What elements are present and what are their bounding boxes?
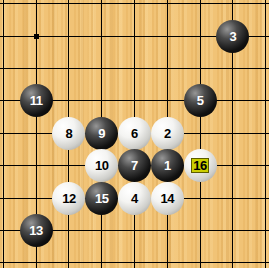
intersection-c0-r4[interactable] (0, 117, 20, 149)
intersection-c8-r2[interactable] (249, 52, 269, 84)
intersection-c5-r3[interactable] (151, 85, 184, 117)
intersection-c8-r5[interactable] (249, 150, 269, 182)
star-point (34, 34, 39, 39)
intersection-c1-r4[interactable] (20, 117, 53, 149)
stone-black-9: 9 (85, 117, 118, 150)
stone-white-14: 14 (151, 182, 184, 215)
intersection-c0-r7[interactable] (0, 214, 20, 246)
intersection-c0-r0[interactable] (0, 0, 20, 20)
intersection-c4-r2[interactable] (118, 52, 151, 84)
intersection-c1-r1[interactable] (20, 20, 53, 52)
intersection-c7-r8[interactable] (216, 247, 249, 268)
intersection-c4-r1[interactable] (118, 20, 151, 52)
intersection-c5-r4[interactable]: 2 (151, 117, 184, 149)
intersection-c0-r3[interactable] (0, 85, 20, 117)
intersection-c6-r3[interactable]: 5 (184, 85, 217, 117)
stone-number: 3 (230, 30, 237, 43)
intersection-c8-r8[interactable] (249, 247, 269, 268)
intersection-c6-r5[interactable]: 16 (184, 150, 217, 182)
intersection-c6-r7[interactable] (184, 214, 217, 246)
last-move-label: 16 (191, 158, 208, 173)
intersection-c1-r3[interactable]: 11 (20, 85, 53, 117)
intersection-c7-r4[interactable] (216, 117, 249, 149)
intersection-c2-r2[interactable] (53, 52, 86, 84)
intersection-c6-r6[interactable] (184, 182, 217, 214)
intersection-c6-r8[interactable] (184, 247, 217, 268)
intersection-c3-r1[interactable] (85, 20, 118, 52)
intersection-c3-r5[interactable]: 10 (85, 150, 118, 182)
intersection-c7-r3[interactable] (216, 85, 249, 117)
intersection-c8-r3[interactable] (249, 85, 269, 117)
intersection-c0-r6[interactable] (0, 182, 20, 214)
intersection-c7-r5[interactable] (216, 150, 249, 182)
intersection-c4-r8[interactable] (118, 247, 151, 268)
stone-black-13: 13 (20, 214, 53, 247)
stone-white-4: 4 (118, 182, 151, 215)
stone-white-6: 6 (118, 117, 151, 150)
stone-number: 10 (95, 159, 108, 172)
intersection-c4-r4[interactable]: 6 (118, 117, 151, 149)
stone-number: 12 (62, 192, 75, 205)
intersection-c5-r2[interactable] (151, 52, 184, 84)
stone-number: 4 (131, 192, 138, 205)
intersection-c3-r4[interactable]: 9 (85, 117, 118, 149)
stone-white-8: 8 (52, 117, 85, 150)
intersection-c5-r5[interactable]: 1 (151, 150, 184, 182)
stone-number: 11 (30, 94, 43, 107)
stone-number: 2 (164, 127, 171, 140)
stone-black-3: 3 (216, 20, 249, 53)
intersection-c6-r2[interactable] (184, 52, 217, 84)
intersection-c5-r1[interactable] (151, 20, 184, 52)
stone-white-2: 2 (151, 117, 184, 150)
intersection-c2-r4[interactable]: 8 (53, 117, 86, 149)
intersection-c5-r7[interactable] (151, 214, 184, 246)
intersection-c2-r0[interactable] (53, 0, 86, 20)
stone-number: 7 (131, 159, 138, 172)
intersection-c7-r6[interactable] (216, 182, 249, 214)
intersection-c1-r2[interactable] (20, 52, 53, 84)
stone-black-11: 11 (20, 84, 53, 117)
board-grid: 31158962107116121541413 (0, 0, 269, 268)
stone-number: 14 (161, 192, 174, 205)
stone-black-7: 7 (118, 149, 151, 182)
stone-number: 9 (98, 127, 105, 140)
stone-number: 8 (66, 127, 73, 140)
intersection-c8-r4[interactable] (249, 117, 269, 149)
intersection-c0-r2[interactable] (0, 52, 20, 84)
intersection-c8-r0[interactable] (249, 0, 269, 20)
intersection-c3-r3[interactable] (85, 85, 118, 117)
intersection-c0-r8[interactable] (0, 247, 20, 268)
intersection-c7-r7[interactable] (216, 214, 249, 246)
stone-number: 5 (197, 94, 204, 107)
intersection-c5-r0[interactable] (151, 0, 184, 20)
stone-white-12: 12 (52, 182, 85, 215)
intersection-c2-r5[interactable] (53, 150, 86, 182)
stone-number: 6 (131, 127, 138, 140)
intersection-c3-r2[interactable] (85, 52, 118, 84)
stone-number: 15 (95, 192, 108, 205)
stone-number: 1 (164, 159, 171, 172)
intersection-c2-r1[interactable] (53, 20, 86, 52)
intersection-c8-r6[interactable] (249, 182, 269, 214)
intersection-c6-r1[interactable] (184, 20, 217, 52)
intersection-c0-r1[interactable] (0, 20, 20, 52)
intersection-c5-r6[interactable]: 14 (151, 182, 184, 214)
stone-black-15: 15 (85, 182, 118, 215)
intersection-c4-r6[interactable]: 4 (118, 182, 151, 214)
intersection-c2-r8[interactable] (53, 247, 86, 268)
intersection-c3-r0[interactable] (85, 0, 118, 20)
intersection-c8-r7[interactable] (249, 214, 269, 246)
stone-black-5: 5 (184, 84, 217, 117)
intersection-c6-r4[interactable] (184, 117, 217, 149)
intersection-c7-r2[interactable] (216, 52, 249, 84)
intersection-c1-r0[interactable] (20, 0, 53, 20)
stone-black-1: 1 (151, 149, 184, 182)
intersection-c1-r6[interactable] (20, 182, 53, 214)
go-board: 31158962107116121541413 (0, 0, 269, 268)
intersection-c4-r5[interactable]: 7 (118, 150, 151, 182)
intersection-c3-r7[interactable] (85, 214, 118, 246)
intersection-c2-r7[interactable] (53, 214, 86, 246)
intersection-c1-r8[interactable] (20, 247, 53, 268)
stone-number: 13 (29, 224, 42, 237)
intersection-c3-r8[interactable] (85, 247, 118, 268)
intersection-c4-r3[interactable] (118, 85, 151, 117)
intersection-c6-r0[interactable] (184, 0, 217, 20)
intersection-c4-r7[interactable] (118, 214, 151, 246)
stone-white-16: 16 (184, 149, 217, 182)
intersection-c7-r1[interactable]: 3 (216, 20, 249, 52)
intersection-c5-r8[interactable] (151, 247, 184, 268)
intersection-c2-r3[interactable] (53, 85, 86, 117)
intersection-c2-r6[interactable]: 12 (53, 182, 86, 214)
intersection-c4-r0[interactable] (118, 0, 151, 20)
intersection-c0-r5[interactable] (0, 150, 20, 182)
intersection-c7-r0[interactable] (216, 0, 249, 20)
intersection-c1-r7[interactable]: 13 (20, 214, 53, 246)
intersection-c3-r6[interactable]: 15 (85, 182, 118, 214)
intersection-c8-r1[interactable] (249, 20, 269, 52)
intersection-c1-r5[interactable] (20, 150, 53, 182)
stone-white-10: 10 (85, 149, 118, 182)
